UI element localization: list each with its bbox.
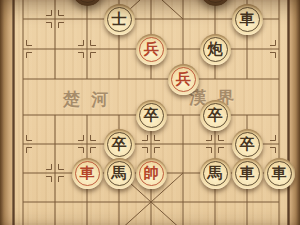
piece-black-cannon-g7[interactable]: 炮 (200, 34, 231, 65)
piece-black-chariot-h8[interactable]: 車 (232, 4, 263, 35)
piece-red-soldier-f6[interactable]: 兵 (168, 64, 199, 95)
piece-character: 卒 (144, 107, 159, 122)
piece-character: 車 (240, 11, 255, 26)
piece-character: 卒 (112, 136, 127, 151)
piece-black-soldier-d4[interactable]: 卒 (104, 129, 135, 160)
piece-character: 卒 (208, 107, 223, 122)
piece-red-general-e3[interactable]: 帥 (136, 158, 167, 189)
piece-black-soldier-h4[interactable]: 卒 (232, 129, 263, 160)
river-label-left: 楚河 (63, 88, 119, 111)
piece-character: 士 (112, 11, 127, 26)
piece-black-soldier-g5[interactable]: 卒 (200, 100, 231, 131)
piece-black-horse-d3[interactable]: 馬 (104, 158, 135, 189)
xiangqi-board[interactable]: 楚河 漢界 士車兵炮兵卒卒卒卒車馬帥馬車車 (0, 0, 300, 225)
piece-black-horse-g3[interactable]: 馬 (200, 158, 231, 189)
piece-character: 馬 (208, 165, 223, 180)
piece-red-soldier-e7[interactable]: 兵 (136, 34, 167, 65)
piece-character: 炮 (208, 41, 223, 56)
piece-black-soldier-e5[interactable]: 卒 (136, 100, 167, 131)
piece-black-chariot-i3[interactable]: 車 (264, 158, 295, 189)
piece-red-chariot-c3[interactable]: 車 (72, 158, 103, 189)
piece-character: 卒 (240, 136, 255, 151)
piece-character: 車 (80, 165, 95, 180)
piece-character: 兵 (144, 41, 159, 56)
piece-character: 馬 (112, 165, 127, 180)
piece-black-chariot-h3[interactable]: 車 (232, 158, 263, 189)
piece-character: 帥 (144, 165, 159, 180)
piece-black-advisor-d8[interactable]: 士 (104, 4, 135, 35)
piece-character: 車 (240, 165, 255, 180)
piece-character: 兵 (176, 71, 191, 86)
piece-character: 車 (272, 165, 287, 180)
